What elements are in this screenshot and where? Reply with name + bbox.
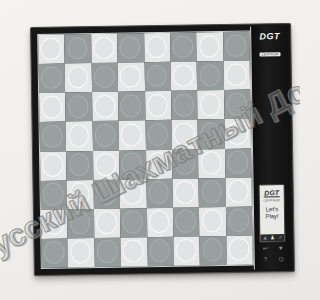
square-g5 <box>198 119 225 149</box>
button-cluster: ▲✓↩▼?⏻ <box>257 231 289 265</box>
square-h4 <box>225 148 252 178</box>
square-e3 <box>146 178 173 208</box>
square-h1 <box>226 235 253 265</box>
playing-surface <box>38 32 253 268</box>
square-d3 <box>120 179 147 209</box>
square-h2 <box>226 206 253 236</box>
square-b6 <box>65 92 92 122</box>
back-button[interactable]: ↩ <box>263 245 268 251</box>
display-model-text: CENTAUR <box>264 196 280 202</box>
square-d4 <box>119 150 146 180</box>
square-a4 <box>40 151 67 181</box>
square-e7 <box>144 62 171 92</box>
square-f3 <box>172 178 199 208</box>
square-c4 <box>93 150 120 180</box>
brand-logo: DGT CENTAUR <box>251 32 288 60</box>
square-h7 <box>223 61 250 91</box>
square-c3 <box>93 179 120 209</box>
square-e1 <box>147 237 174 267</box>
square-b7 <box>65 63 92 93</box>
chess-board: DGT CENTAUR DGT CENTAUR Let's Play! ♟ ▲✓… <box>30 23 295 276</box>
square-b1 <box>68 238 95 268</box>
square-c7 <box>91 63 118 93</box>
square-c8 <box>91 34 118 64</box>
square-e5 <box>145 120 172 150</box>
down-button[interactable]: ▼ <box>278 245 284 251</box>
square-a8 <box>38 35 65 65</box>
square-g8 <box>196 32 223 62</box>
help-button[interactable]: ? <box>264 256 267 262</box>
square-a2 <box>41 209 68 239</box>
square-c1 <box>94 238 121 268</box>
square-d2 <box>120 208 147 238</box>
square-g1 <box>200 236 227 266</box>
square-b5 <box>66 121 93 151</box>
square-a6 <box>39 93 66 123</box>
square-d7 <box>118 62 145 92</box>
square-f8 <box>170 32 197 62</box>
square-g7 <box>197 61 224 91</box>
square-h3 <box>225 177 252 207</box>
square-b4 <box>66 151 93 181</box>
square-c6 <box>92 92 119 122</box>
square-g6 <box>197 90 224 120</box>
square-d1 <box>121 237 148 267</box>
control-panel: DGT CENTAUR DGT CENTAUR Let's Play! ♟ ▲✓… <box>250 26 292 270</box>
square-g4 <box>198 149 225 179</box>
square-d6 <box>118 92 145 122</box>
square-a1 <box>41 238 68 268</box>
square-e4 <box>146 149 173 179</box>
display-message: Let's Play! <box>265 206 279 220</box>
square-a3 <box>40 180 67 210</box>
tick-button[interactable]: ✓ <box>278 234 283 240</box>
square-c5 <box>92 121 119 151</box>
square-g2 <box>199 207 226 237</box>
square-g3 <box>199 178 226 208</box>
square-e2 <box>146 208 173 238</box>
square-f2 <box>173 207 200 237</box>
display-message-line2: Play! <box>265 213 278 219</box>
square-f6 <box>171 91 198 121</box>
square-d8 <box>117 33 144 63</box>
square-f5 <box>171 120 198 150</box>
display-message-line1: Let's <box>266 206 279 212</box>
square-b2 <box>67 209 94 239</box>
square-f1 <box>173 236 200 266</box>
square-d5 <box>119 121 146 151</box>
square-e8 <box>144 33 171 63</box>
square-c2 <box>94 208 121 238</box>
square-h6 <box>224 90 251 120</box>
square-b3 <box>67 180 94 210</box>
square-h8 <box>223 32 250 62</box>
dgt-logo-caption: CENTAUR <box>259 52 280 56</box>
square-a5 <box>40 122 67 152</box>
square-b8 <box>65 34 92 64</box>
dgt-logo-text: DGT <box>251 32 288 42</box>
square-h5 <box>224 119 251 149</box>
square-e6 <box>145 91 172 121</box>
square-a7 <box>39 64 66 94</box>
square-f7 <box>171 62 198 92</box>
up-button[interactable]: ▲ <box>262 234 268 240</box>
square-f4 <box>172 149 199 179</box>
power-button[interactable]: ⏻ <box>279 256 284 262</box>
